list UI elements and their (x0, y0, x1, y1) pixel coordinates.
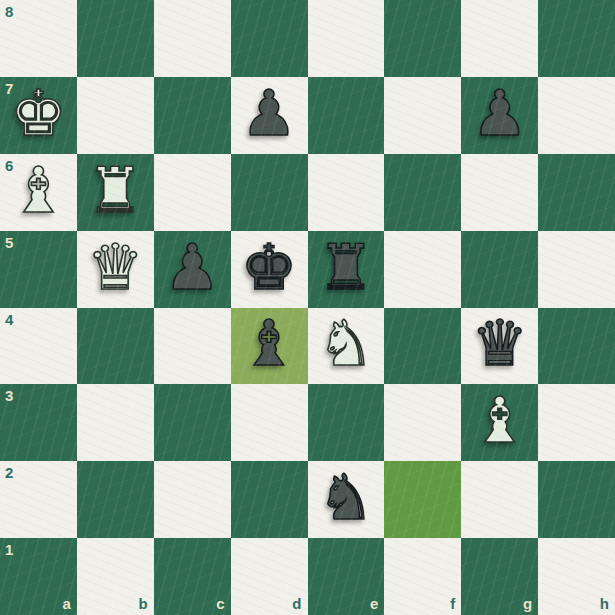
piece-white-bishop[interactable]: ♝ (10, 159, 66, 222)
square-e1[interactable]: e (308, 538, 385, 615)
file-label-b: b (139, 596, 148, 611)
piece-black-pawn[interactable]: ♟ (164, 236, 220, 299)
piece-black-pawn[interactable]: ♟ (471, 82, 527, 145)
square-b3[interactable] (77, 384, 154, 461)
square-h3[interactable] (538, 384, 615, 461)
square-e5[interactable]: ♜ (308, 231, 385, 308)
square-f5[interactable] (384, 231, 461, 308)
piece-black-queen[interactable]: ♛ (471, 312, 527, 375)
square-f7[interactable] (384, 77, 461, 154)
square-g4[interactable]: ♛ (461, 308, 538, 385)
square-e7[interactable] (308, 77, 385, 154)
square-h7[interactable] (538, 77, 615, 154)
square-d5[interactable]: ♚ (231, 231, 308, 308)
square-b6[interactable]: ♜ (77, 154, 154, 231)
square-d8[interactable] (231, 0, 308, 77)
piece-white-knight[interactable]: ♞ (318, 312, 374, 375)
file-label-d: d (292, 596, 301, 611)
square-a7[interactable]: 7♚ (0, 77, 77, 154)
square-e8[interactable] (308, 0, 385, 77)
square-g3[interactable]: ♝ (461, 384, 538, 461)
square-a6[interactable]: 6♝ (0, 154, 77, 231)
rank-label-5: 5 (5, 235, 13, 250)
square-h4[interactable] (538, 308, 615, 385)
square-g1[interactable]: g (461, 538, 538, 615)
square-a1[interactable]: 1a (0, 538, 77, 615)
square-d3[interactable] (231, 384, 308, 461)
square-h2[interactable] (538, 461, 615, 538)
rank-label-3: 3 (5, 388, 13, 403)
rank-label-1: 1 (5, 542, 13, 557)
square-h6[interactable] (538, 154, 615, 231)
square-c5[interactable]: ♟ (154, 231, 231, 308)
square-e2[interactable]: ♞ (308, 461, 385, 538)
square-g6[interactable] (461, 154, 538, 231)
file-label-c: c (216, 596, 224, 611)
square-h8[interactable] (538, 0, 615, 77)
square-b5[interactable]: ♛ (77, 231, 154, 308)
square-c1[interactable]: c (154, 538, 231, 615)
square-f1[interactable]: f (384, 538, 461, 615)
square-f2[interactable] (384, 461, 461, 538)
square-g2[interactable] (461, 461, 538, 538)
piece-black-king[interactable]: ♚ (241, 236, 297, 299)
square-b1[interactable]: b (77, 538, 154, 615)
square-e4[interactable]: ♞ (308, 308, 385, 385)
file-label-e: e (370, 596, 378, 611)
square-d7[interactable]: ♟ (231, 77, 308, 154)
square-c7[interactable] (154, 77, 231, 154)
rank-label-8: 8 (5, 4, 13, 19)
piece-white-bishop[interactable]: ♝ (471, 389, 527, 452)
square-f8[interactable] (384, 0, 461, 77)
square-c3[interactable] (154, 384, 231, 461)
square-g7[interactable]: ♟ (461, 77, 538, 154)
file-label-h: h (600, 596, 609, 611)
square-c8[interactable] (154, 0, 231, 77)
square-e6[interactable] (308, 154, 385, 231)
square-f4[interactable] (384, 308, 461, 385)
square-h1[interactable]: h (538, 538, 615, 615)
square-d6[interactable] (231, 154, 308, 231)
square-b4[interactable] (77, 308, 154, 385)
piece-black-pawn[interactable]: ♟ (241, 82, 297, 145)
chess-board: 87♚♟♟6♝♜5♛♟♚♜4♝♞♛3♝2♞1abcdefgh (0, 0, 615, 615)
file-label-f: f (450, 596, 455, 611)
square-a2[interactable]: 2 (0, 461, 77, 538)
rank-label-2: 2 (5, 465, 13, 480)
piece-white-rook[interactable]: ♜ (87, 159, 143, 222)
square-c4[interactable] (154, 308, 231, 385)
square-b2[interactable] (77, 461, 154, 538)
square-f6[interactable] (384, 154, 461, 231)
square-a4[interactable]: 4 (0, 308, 77, 385)
file-label-a: a (63, 596, 71, 611)
square-c6[interactable] (154, 154, 231, 231)
file-label-g: g (523, 596, 532, 611)
square-a3[interactable]: 3 (0, 384, 77, 461)
square-d2[interactable] (231, 461, 308, 538)
piece-black-knight[interactable]: ♞ (318, 466, 374, 529)
square-e3[interactable] (308, 384, 385, 461)
square-g8[interactable] (461, 0, 538, 77)
square-b7[interactable] (77, 77, 154, 154)
square-d1[interactable]: d (231, 538, 308, 615)
piece-white-king[interactable]: ♚ (10, 82, 66, 145)
square-a5[interactable]: 5 (0, 231, 77, 308)
piece-black-bishop[interactable]: ♝ (241, 312, 297, 375)
square-h5[interactable] (538, 231, 615, 308)
square-a8[interactable]: 8 (0, 0, 77, 77)
square-g5[interactable] (461, 231, 538, 308)
square-f3[interactable] (384, 384, 461, 461)
square-c2[interactable] (154, 461, 231, 538)
rank-label-4: 4 (5, 312, 13, 327)
square-b8[interactable] (77, 0, 154, 77)
square-d4[interactable]: ♝ (231, 308, 308, 385)
piece-black-rook[interactable]: ♜ (318, 236, 374, 299)
piece-white-queen[interactable]: ♛ (87, 236, 143, 299)
